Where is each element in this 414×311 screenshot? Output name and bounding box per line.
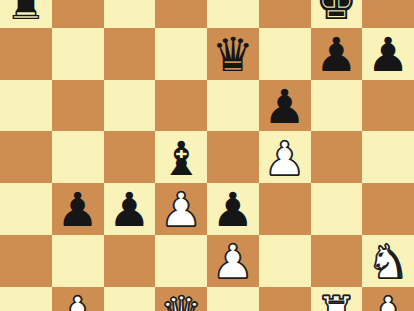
board-grid: ♜♚♛♟♟♟♝♟♟♟♟♟♟♞♟♛♜♟	[0, 0, 414, 311]
piece-white-knight-h3[interactable]: ♞	[367, 238, 409, 285]
square-a6[interactable]	[0, 80, 52, 132]
square-e4[interactable]: ♟	[207, 183, 259, 235]
square-f6[interactable]: ♟	[259, 80, 311, 132]
square-a4[interactable]	[0, 183, 52, 235]
square-d6[interactable]	[155, 80, 207, 132]
square-e8[interactable]	[207, 0, 259, 28]
piece-black-king-g8[interactable]: ♚	[315, 0, 357, 26]
square-b2[interactable]: ♟	[52, 287, 104, 311]
square-g3[interactable]	[311, 235, 363, 287]
square-e2[interactable]	[207, 287, 259, 311]
square-h7[interactable]: ♟	[362, 28, 414, 80]
square-c8[interactable]	[104, 0, 156, 28]
piece-white-pawn-e3[interactable]: ♟	[212, 238, 254, 285]
square-d4[interactable]: ♟	[155, 183, 207, 235]
square-c2[interactable]	[104, 287, 156, 311]
square-a3[interactable]	[0, 235, 52, 287]
piece-black-pawn-g7[interactable]: ♟	[315, 31, 357, 78]
square-d2[interactable]: ♛	[155, 287, 207, 311]
square-g5[interactable]	[311, 131, 363, 183]
square-e5[interactable]	[207, 131, 259, 183]
square-h8[interactable]	[362, 0, 414, 28]
square-g6[interactable]	[311, 80, 363, 132]
square-a2[interactable]	[0, 287, 52, 311]
piece-black-pawn-h7[interactable]: ♟	[367, 31, 409, 78]
square-c7[interactable]	[104, 28, 156, 80]
piece-black-pawn-b4[interactable]: ♟	[57, 186, 99, 233]
square-f3[interactable]	[259, 235, 311, 287]
square-h5[interactable]	[362, 131, 414, 183]
square-f2[interactable]	[259, 287, 311, 311]
square-f8[interactable]	[259, 0, 311, 28]
piece-white-pawn-h2[interactable]: ♟	[367, 290, 409, 311]
square-h6[interactable]	[362, 80, 414, 132]
square-b4[interactable]: ♟	[52, 183, 104, 235]
square-d3[interactable]	[155, 235, 207, 287]
piece-black-pawn-e4[interactable]: ♟	[212, 186, 254, 233]
piece-white-queen-d2[interactable]: ♛	[160, 290, 202, 311]
piece-white-pawn-d4[interactable]: ♟	[160, 186, 202, 233]
square-a7[interactable]	[0, 28, 52, 80]
square-b5[interactable]	[52, 131, 104, 183]
piece-white-pawn-f5[interactable]: ♟	[264, 135, 306, 182]
square-b7[interactable]	[52, 28, 104, 80]
square-h3[interactable]: ♞	[362, 235, 414, 287]
square-g2[interactable]: ♜	[311, 287, 363, 311]
square-f7[interactable]	[259, 28, 311, 80]
square-a5[interactable]	[0, 131, 52, 183]
piece-black-pawn-f6[interactable]: ♟	[264, 83, 306, 130]
square-e7[interactable]: ♛	[207, 28, 259, 80]
square-d7[interactable]	[155, 28, 207, 80]
square-h4[interactable]	[362, 183, 414, 235]
piece-white-pawn-b2[interactable]: ♟	[57, 290, 99, 311]
square-c5[interactable]	[104, 131, 156, 183]
square-a8[interactable]: ♜	[0, 0, 52, 28]
square-e6[interactable]	[207, 80, 259, 132]
square-d8[interactable]	[155, 0, 207, 28]
piece-black-pawn-c4[interactable]: ♟	[108, 186, 150, 233]
square-b8[interactable]	[52, 0, 104, 28]
square-c6[interactable]	[104, 80, 156, 132]
piece-white-rook-g2[interactable]: ♜	[315, 290, 357, 311]
square-b3[interactable]	[52, 235, 104, 287]
piece-black-bishop-d5[interactable]: ♝	[160, 135, 202, 182]
square-h2[interactable]: ♟	[362, 287, 414, 311]
piece-black-queen-e7[interactable]: ♛	[212, 31, 254, 78]
square-g7[interactable]: ♟	[311, 28, 363, 80]
square-c4[interactable]: ♟	[104, 183, 156, 235]
piece-black-rook-a8[interactable]: ♜	[5, 0, 47, 26]
square-e3[interactable]: ♟	[207, 235, 259, 287]
square-f5[interactable]: ♟	[259, 131, 311, 183]
square-c3[interactable]	[104, 235, 156, 287]
square-b6[interactable]	[52, 80, 104, 132]
square-g8[interactable]: ♚	[311, 0, 363, 28]
chess-board: ♜♚♛♟♟♟♝♟♟♟♟♟♟♞♟♛♜♟	[0, 0, 414, 311]
square-g4[interactable]	[311, 183, 363, 235]
square-f4[interactable]	[259, 183, 311, 235]
square-d5[interactable]: ♝	[155, 131, 207, 183]
